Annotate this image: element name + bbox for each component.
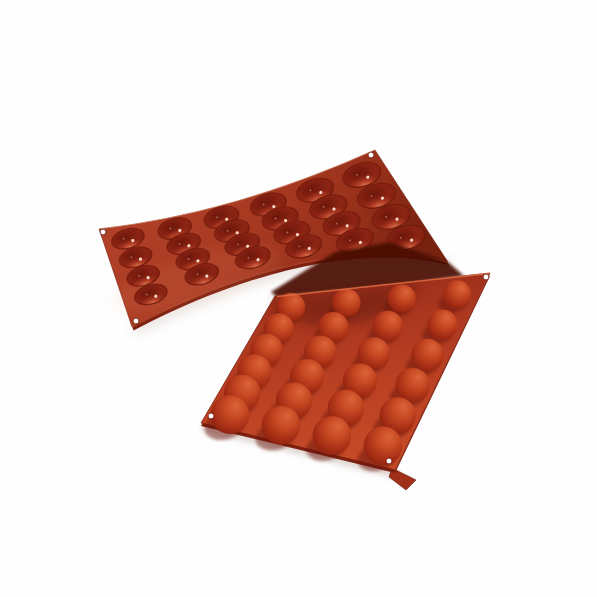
dome-bump: [313, 416, 352, 455]
dome-bump: [443, 280, 471, 308]
dome-bump: [388, 284, 416, 312]
dome-bump: [262, 406, 301, 445]
front-mold: [201, 273, 490, 490]
hanging-hole: [133, 318, 139, 324]
hanging-hole: [100, 229, 106, 235]
dome-bump: [411, 339, 443, 371]
product-photo: [0, 0, 597, 597]
dome-bump: [427, 310, 457, 340]
dome-bump: [211, 395, 250, 434]
dome-bump: [395, 368, 430, 403]
dome-bump: [373, 311, 403, 341]
dome-bump: [364, 427, 403, 466]
hanging-hole: [368, 152, 374, 158]
hanging-hole: [208, 413, 214, 419]
hanging-hole: [483, 274, 489, 280]
product-photo-stage: [0, 0, 597, 597]
hanging-hole: [386, 458, 392, 464]
